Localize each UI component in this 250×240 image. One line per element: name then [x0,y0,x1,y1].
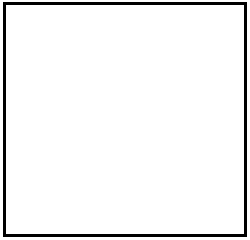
sudoku-page [0,0,250,240]
sudoku-board [3,2,247,237]
